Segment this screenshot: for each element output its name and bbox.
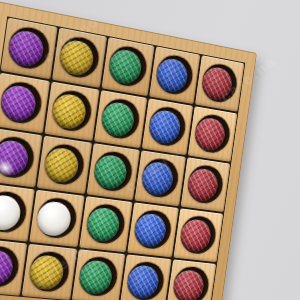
cell-r2c1[interactable] [0,73,50,134]
yellow-disc [43,146,81,185]
cell-r4c5[interactable] [173,208,223,262]
red-disc [172,269,206,300]
recessed-hole [77,256,119,298]
green-disc [100,100,136,139]
recessed-hole [7,25,51,72]
cell-r4c2[interactable] [29,190,84,247]
cell-r4c4[interactable] [127,202,179,257]
cell-r4c3[interactable] [79,196,132,252]
purple-disc [7,28,46,69]
red-disc [179,218,213,254]
recessed-hole [155,53,195,97]
recessed-hole [140,157,180,199]
yellow-disc [58,38,96,78]
wooden-board-frame [0,1,257,300]
recessed-hole [172,266,211,300]
cell-r2c3[interactable] [94,90,147,148]
recessed-hole [50,89,93,134]
white-disc [0,193,23,232]
board-tilt-wrapper [0,1,300,300]
blue-disc [148,108,183,146]
cell-r5c5[interactable] [166,259,216,300]
recessed-hole [92,150,133,193]
board-perspective-wrapper [0,1,257,300]
recessed-hole [0,80,43,126]
block-grid [0,16,245,300]
recessed-hole [58,35,101,81]
recessed-hole [100,97,141,141]
recessed-hole [43,143,86,187]
recessed-hole [85,203,126,245]
red-disc [200,65,234,103]
recessed-hole [0,245,20,288]
cell-r3c5[interactable] [181,157,231,212]
recessed-hole [28,251,71,293]
yellow-disc [51,92,89,131]
purple-disc [0,83,38,123]
recessed-hole [0,135,36,180]
cell-r2c5[interactable] [188,106,238,162]
green-disc [78,259,115,296]
green-disc [85,206,122,243]
recessed-hole [200,62,238,105]
cell-r3c1[interactable] [0,128,42,188]
recessed-hole [35,197,78,240]
cell-r1c2[interactable] [52,27,107,87]
yellow-disc [28,254,66,291]
white-disc [35,200,73,238]
purple-disc [0,138,31,178]
cell-r1c5[interactable] [195,55,244,112]
red-disc [193,116,227,153]
purple-disc [0,248,15,286]
blue-disc [140,160,175,197]
recessed-hole [193,113,231,155]
cell-r1c3[interactable] [102,37,155,96]
cell-r2c4[interactable] [142,98,193,155]
recessed-hole [186,164,225,205]
green-disc [107,47,143,86]
cell-r1c4[interactable] [149,46,200,104]
recessed-hole [0,190,28,234]
cell-r5c4[interactable] [120,254,172,300]
cell-r3c2[interactable] [37,136,92,194]
cell-r3c4[interactable] [135,150,186,206]
cell-r5c3[interactable] [72,249,126,300]
cell-r2c2[interactable] [44,82,99,141]
cell-r5c2[interactable] [22,244,78,300]
blue-disc [126,264,161,300]
recessed-hole [107,44,148,89]
recessed-hole [179,215,218,256]
glossy-reflection [0,156,17,180]
cell-r1c1[interactable] [1,18,58,80]
photo-scene: cafe.na cafe.na cafe.na cafe.na [0,0,300,300]
blue-disc [133,212,168,248]
recessed-hole [125,261,165,300]
green-disc [93,153,129,191]
recessed-hole [133,209,173,250]
recessed-hole [147,105,187,148]
cell-r3c3[interactable] [87,143,140,200]
blue-disc [155,56,190,94]
red-disc [186,167,220,203]
